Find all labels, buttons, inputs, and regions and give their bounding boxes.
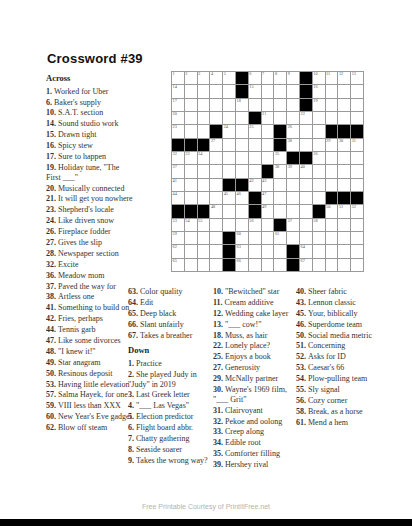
grid-cell — [326, 259, 338, 271]
cell-number: 58 — [313, 219, 317, 224]
grid-cell: 29 — [326, 139, 338, 151]
clue-number: 50. — [296, 331, 308, 340]
down-clue-45: 45. Your, biblically — [296, 309, 384, 319]
across-clue-6: 6. Baker's supply — [46, 98, 134, 108]
cell-number: 34 — [198, 152, 202, 157]
grid-cell — [326, 99, 338, 111]
grid-cell-black — [300, 85, 312, 97]
grid-cell — [351, 112, 363, 124]
down-clue-list: 1. Practice2. She played Judy in "Judy" … — [128, 359, 212, 466]
across-clue-62: 62. Blow off steam — [46, 423, 134, 433]
grid-cell — [223, 165, 235, 177]
grid-cell: 5 — [223, 72, 235, 84]
cell-number: 48 — [211, 205, 215, 210]
clue-number: 16. — [46, 141, 58, 150]
grid-cell — [262, 245, 274, 257]
grid-cell — [262, 125, 274, 137]
across-clue-63: 63. Color quality — [128, 287, 212, 297]
clue-number: 9. — [128, 456, 136, 465]
grid-cell-black — [338, 125, 350, 137]
grid-cell-black — [198, 139, 210, 151]
grid-cell: 1 — [172, 72, 184, 84]
grid-cell — [210, 152, 222, 164]
grid-cell: 59 — [172, 232, 184, 244]
clue-number: 24. — [46, 216, 58, 225]
footer-text: Free Printable Courtesy of PrintItFree.n… — [0, 503, 412, 510]
grid-cell — [185, 259, 197, 271]
clue-number: 37. — [46, 282, 58, 291]
clue-number: 10. — [213, 287, 225, 296]
grid-cell — [210, 165, 222, 177]
grid-cell — [287, 232, 299, 244]
down-clue-13: 13. "___ cow!" — [213, 320, 299, 330]
grid-cell-black — [223, 245, 235, 257]
across-clue-28: 28. Newspaper section — [46, 249, 134, 259]
cell-number: 27 — [211, 139, 215, 144]
across-clue-67: 67. Takes a breather — [128, 331, 212, 341]
clue-number: 56. — [296, 396, 308, 405]
grid-cell: 40 — [300, 165, 312, 177]
across-clue-60: 60. New Year's Eve gadget — [46, 412, 134, 422]
printable-crossword-page: Crossword #39 12345678910111213141516171… — [0, 0, 412, 530]
grid-cell: 39 — [287, 165, 299, 177]
cell-number: 66 — [237, 259, 241, 264]
clue-number: 58. — [296, 407, 308, 416]
down-clue-list-continued: 10. "Bewitched" star11. Cream additive12… — [213, 287, 299, 470]
grid-cell-black — [185, 205, 197, 217]
grid-cell — [338, 259, 350, 271]
grid-cell — [210, 112, 222, 124]
grid-cell-black — [287, 245, 299, 257]
down-clue-56: 56. Cozy corner — [296, 396, 384, 406]
grid-cell-black — [185, 139, 197, 151]
grid-cell: 49 — [262, 205, 274, 217]
grid-cell — [223, 99, 235, 111]
crossword-grid: 1234567891011121314151617181920212223242… — [171, 71, 364, 272]
across-clue-44: 44. Tennis garb — [46, 325, 134, 335]
down-clue-53: 53. Caesar's 66 — [296, 363, 384, 373]
grid-cell: 12 — [338, 72, 350, 84]
grid-cell: 11 — [326, 72, 338, 84]
grid-cell-black — [338, 192, 350, 204]
across-clue-65: 65. Deep black — [128, 309, 212, 319]
grid-cell — [198, 165, 210, 177]
grid-cell-black — [300, 72, 312, 84]
grid-cell — [210, 232, 222, 244]
grid-cell: 7 — [262, 72, 274, 84]
clue-column-4: 40. Sheer fabric43. Lennon classic45. Yo… — [296, 287, 384, 429]
grid-cell — [338, 165, 350, 177]
cell-number: 59 — [173, 232, 177, 237]
grid-cell: 51 — [338, 205, 350, 217]
grid-cell: 37 — [172, 165, 184, 177]
cell-number: 9 — [288, 72, 290, 77]
grid-cell — [300, 219, 312, 231]
grid-cell — [262, 259, 274, 271]
down-clue-3: 3. Last Greek letter — [128, 390, 212, 400]
across-clue-64: 64. Edit — [128, 298, 212, 308]
grid-cell — [236, 219, 248, 231]
grid-cell — [326, 152, 338, 164]
grid-cell: 20 — [172, 112, 184, 124]
grid-cell — [313, 165, 325, 177]
clue-number: 23. — [46, 205, 58, 214]
clue-column-2: 63. Color quality64. Edit65. Deep black6… — [128, 287, 212, 467]
clue-number: 20. — [46, 184, 58, 193]
grid-cell-black — [223, 232, 235, 244]
across-clue-48: 48. "I knew it!" — [46, 347, 134, 357]
grid-cell — [236, 139, 248, 151]
grid-cell — [249, 232, 261, 244]
cell-number: 61 — [275, 232, 279, 237]
grid-cell — [185, 99, 197, 111]
grid-cell — [300, 139, 312, 151]
clue-number: 50. — [46, 369, 58, 378]
grid-cell — [210, 245, 222, 257]
grid-cell: 41 — [172, 179, 184, 191]
clue-number: 34. — [213, 438, 225, 447]
grid-cell: 61 — [274, 232, 286, 244]
grid-cell — [223, 219, 235, 231]
clue-number: 66. — [128, 320, 140, 329]
down-clue-51: 51. Concerning — [296, 341, 384, 351]
grid-cell-black — [198, 205, 210, 217]
down-clue-35: 35. Comforter filling — [213, 449, 299, 459]
grid-cell — [262, 152, 274, 164]
grid-cell — [351, 165, 363, 177]
clue-column-3: 10. "Bewitched" star11. Cream additive12… — [213, 287, 299, 471]
grid-cell — [326, 219, 338, 231]
across-clue-list: 1. Worked for Uber6. Baker's supply10. S… — [46, 87, 134, 433]
grid-cell: 57 — [287, 219, 299, 231]
grid-cell — [198, 99, 210, 111]
cell-number: 33 — [185, 152, 189, 157]
clue-number: 3. — [128, 390, 136, 399]
grid-cell: 64 — [300, 245, 312, 257]
grid-cell-black — [210, 125, 222, 137]
grid-cell — [210, 259, 222, 271]
grid-cell — [210, 219, 222, 231]
grid-cell — [287, 192, 299, 204]
grid-cell: 14 — [172, 85, 184, 97]
cell-number: 53 — [173, 219, 177, 224]
grid-cell — [198, 192, 210, 204]
clue-number: 10. — [46, 108, 58, 117]
grid-cell: 27 — [210, 139, 222, 151]
grid-cell — [313, 232, 325, 244]
cell-number: 36 — [313, 152, 317, 157]
across-clue-23: 23. Shepherd's locale — [46, 205, 134, 215]
grid-cell — [185, 245, 197, 257]
grid-cell-black — [326, 192, 338, 204]
clue-number: 40. — [296, 287, 308, 296]
grid-cell — [185, 125, 197, 137]
cell-number: 26 — [288, 125, 292, 130]
down-clue-10: 10. "Bewitched" star — [213, 287, 299, 297]
grid-cell — [249, 99, 261, 111]
grid-cell-black — [300, 99, 312, 111]
bottom-page-edge-bar — [0, 519, 412, 526]
grid-cell — [185, 85, 197, 97]
grid-cell: 42 — [249, 179, 261, 191]
across-clue-1: 1. Worked for Uber — [46, 87, 134, 97]
cell-number: 63 — [237, 245, 241, 250]
down-clue-61: 61. Mend a hem — [296, 418, 384, 428]
grid-cell — [300, 179, 312, 191]
down-clue-list-end: 40. Sheer fabric43. Lennon classic45. Yo… — [296, 287, 384, 427]
cell-number: 3 — [198, 72, 200, 77]
grid-cell: 24 — [223, 125, 235, 137]
grid-cell — [338, 219, 350, 231]
clue-number: 48. — [46, 347, 58, 356]
cell-number: 43 — [262, 179, 266, 184]
grid-cell-black — [300, 152, 312, 164]
grid-cell — [274, 112, 286, 124]
down-clue-34: 34. Edible root — [213, 438, 299, 448]
across-clue-list-continued: 63. Color quality64. Edit65. Deep black6… — [128, 287, 212, 340]
clue-number: 63. — [128, 287, 140, 296]
grid-cell — [274, 179, 286, 191]
grid-cell — [185, 232, 197, 244]
grid-cell: 43 — [262, 179, 274, 191]
across-clue-59: 59. VIII less than XXX — [46, 401, 134, 411]
grid-cell — [351, 259, 363, 271]
clue-number: 1. — [46, 87, 54, 96]
grid-cell: 58 — [313, 219, 325, 231]
grid-cell — [223, 139, 235, 151]
clue-number: 45. — [296, 309, 308, 318]
grid-cell — [351, 219, 363, 231]
grid-cell: 35 — [274, 152, 286, 164]
across-clue-49: 49. Star anagram — [46, 358, 134, 368]
cell-number: 64 — [301, 245, 305, 250]
grid-cell — [313, 192, 325, 204]
clue-number: 46. — [296, 320, 308, 329]
grid-cell — [274, 259, 286, 271]
cell-number: 60 — [237, 232, 241, 237]
cell-number: 22 — [301, 112, 305, 117]
cell-number: 45 — [224, 192, 228, 197]
cell-number: 41 — [173, 179, 177, 184]
grid-cell-black — [262, 165, 274, 177]
down-clue-6: 6. Flight board abbr. — [128, 423, 212, 433]
across-clue-66: 66. Slant unfairly — [128, 320, 212, 330]
down-clue-22: 22. Lonely place? — [213, 341, 299, 351]
down-clue-18: 18. Muss, as hair — [213, 331, 299, 341]
grid-cell-black — [249, 205, 261, 217]
grid-cell — [236, 112, 248, 124]
grid-cell — [351, 232, 363, 244]
clue-number: 38. — [46, 292, 58, 301]
grid-cell: 16 — [313, 85, 325, 97]
grid-cell — [210, 85, 222, 97]
down-clue-58: 58. Break, as a horse — [296, 407, 384, 417]
grid-cell: 25 — [249, 125, 261, 137]
grid-cell — [338, 245, 350, 257]
grid-cell: 50 — [326, 205, 338, 217]
clue-number: 15. — [46, 130, 58, 139]
grid-cell-black — [249, 112, 261, 124]
grid-cell: 21 — [262, 112, 274, 124]
grid-cell — [300, 205, 312, 217]
cell-number: 30 — [339, 139, 343, 144]
grid-cell — [198, 85, 210, 97]
grid-cell: 28 — [287, 139, 299, 151]
clue-number: 65. — [128, 309, 140, 318]
across-clue-14: 14. Sound studio work — [46, 119, 134, 129]
grid-cell: 48 — [210, 205, 222, 217]
grid-cell — [338, 112, 350, 124]
across-clue-36: 36. Meadow mom — [46, 271, 134, 281]
grid-cell-black — [249, 192, 261, 204]
grid-cell-black — [236, 179, 248, 191]
grid-cell — [351, 152, 363, 164]
cell-number: 51 — [339, 205, 343, 210]
grid-cell — [326, 245, 338, 257]
cell-number: 14 — [173, 85, 177, 90]
grid-cell: 23 — [172, 125, 184, 137]
clue-number: 25. — [213, 352, 225, 361]
grid-cell — [326, 232, 338, 244]
cell-number: 1 — [173, 72, 175, 77]
clue-number: 11. — [213, 298, 225, 307]
down-clue-40: 40. Sheer fabric — [296, 287, 384, 297]
grid-cell — [287, 112, 299, 124]
clue-number: 36. — [46, 271, 58, 280]
clue-number: 7. — [128, 434, 136, 443]
cell-number: 44 — [173, 192, 177, 197]
cell-number: 15 — [249, 85, 253, 90]
cell-number: 39 — [288, 165, 292, 170]
clue-number: 6. — [128, 423, 136, 432]
cell-number: 21 — [262, 112, 266, 117]
down-clue-1: 1. Practice — [128, 359, 212, 369]
grid-cell — [262, 139, 274, 151]
grid-cell — [274, 99, 286, 111]
grid-cell-black — [274, 125, 286, 137]
clue-number: 35. — [213, 449, 225, 458]
down-clue-2: 2. She played Judy in "Judy" in 2019 — [128, 370, 212, 389]
cell-number: 24 — [224, 125, 228, 130]
grid-cell: 46 — [236, 192, 248, 204]
across-header: Across — [46, 74, 134, 84]
across-clue-21: 21. It will get you nowhere — [46, 194, 134, 204]
grid-cell-black — [172, 139, 184, 151]
cell-number: 2 — [185, 72, 187, 77]
cell-number: 54 — [185, 219, 189, 224]
cell-number: 25 — [249, 125, 253, 130]
cell-number: 32 — [173, 152, 177, 157]
cell-number: 7 — [262, 72, 264, 77]
clue-number: 22. — [213, 341, 225, 350]
grid-cell — [198, 232, 210, 244]
grid-cell — [287, 99, 299, 111]
grid-cell — [223, 85, 235, 97]
grid-cell — [185, 112, 197, 124]
across-clue-24: 24. Like driven snow — [46, 216, 134, 226]
grid-cell: 52 — [351, 205, 363, 217]
grid-cell-black — [223, 179, 235, 191]
cell-number: 13 — [352, 72, 356, 77]
grid-cell — [313, 139, 325, 151]
across-clue-17: 17. Sure to happen — [46, 152, 134, 162]
grid-cell — [198, 125, 210, 137]
clue-number: 12. — [213, 309, 225, 318]
grid-cell: 19 — [313, 99, 325, 111]
down-clue-30: 30. Wayne's 1969 film, "___ Grit" — [213, 385, 299, 404]
down-clue-4: 4. "___ Las Vegas" — [128, 401, 212, 411]
cell-number: 4 — [211, 72, 213, 77]
grid-cell: 13 — [351, 72, 363, 84]
across-clue-32: 32. Excite — [46, 260, 134, 270]
cell-number: 37 — [173, 165, 177, 170]
grid-cell — [185, 192, 197, 204]
clue-number: 32. — [213, 417, 225, 426]
cell-number: 67 — [301, 259, 305, 264]
grid-cell — [274, 85, 286, 97]
down-clue-50: 50. Social media metric — [296, 331, 384, 341]
clue-number: 4. — [128, 401, 136, 410]
down-clue-52: 52. Asks for ID — [296, 352, 384, 362]
grid-cell — [326, 112, 338, 124]
grid-cell: 30 — [338, 139, 350, 151]
down-clue-46: 46. Superdome team — [296, 320, 384, 330]
across-clue-50: 50. Resinous deposit — [46, 369, 134, 379]
cell-number: 42 — [249, 179, 253, 184]
clue-number: 64. — [128, 298, 140, 307]
grid-cell-black — [274, 219, 286, 231]
grid-cell — [287, 179, 299, 191]
cell-number: 18 — [237, 99, 241, 104]
cell-number: 20 — [173, 112, 177, 117]
down-clue-55: 55. Sly signal — [296, 385, 384, 395]
cell-number: 55 — [198, 219, 202, 224]
page-title: Crossword #39 — [47, 51, 143, 66]
grid-cell — [185, 165, 197, 177]
across-clue-10: 10. S.A.T. section — [46, 108, 134, 118]
grid-cell — [236, 205, 248, 217]
clue-number: 67. — [128, 331, 140, 340]
clue-number: 6. — [46, 98, 54, 107]
grid-cell: 56 — [249, 219, 261, 231]
grid-cell — [262, 85, 274, 97]
down-clue-32: 32. Pekoe and oolong — [213, 417, 299, 427]
grid-cell — [249, 259, 261, 271]
clue-number: 39. — [213, 460, 225, 469]
clue-number: 30. — [213, 385, 225, 394]
grid-cell — [249, 152, 261, 164]
cell-number: 65 — [173, 259, 177, 264]
grid-cell: 15 — [249, 85, 261, 97]
clue-number: 8. — [128, 445, 136, 454]
grid-cell — [262, 219, 274, 231]
across-clue-16: 16. Spicy stew — [46, 141, 134, 151]
grid-cell — [351, 85, 363, 97]
grid-cell — [326, 165, 338, 177]
grid-cell: 53 — [172, 219, 184, 231]
grid-cell — [198, 179, 210, 191]
grid-cell — [287, 85, 299, 97]
grid-cell — [249, 139, 261, 151]
across-clue-38: 38. Artless one — [46, 292, 134, 302]
clue-number: 5. — [128, 412, 136, 421]
down-clue-29: 29. McNally partner — [213, 374, 299, 384]
clue-number: 27. — [213, 363, 225, 372]
grid-cell — [249, 245, 261, 257]
across-clue-19: 19. Holiday tune, "The First ___" — [46, 163, 134, 182]
down-clue-43: 43. Lennon classic — [296, 298, 384, 308]
down-clue-7: 7. Chatty gathering — [128, 434, 212, 444]
